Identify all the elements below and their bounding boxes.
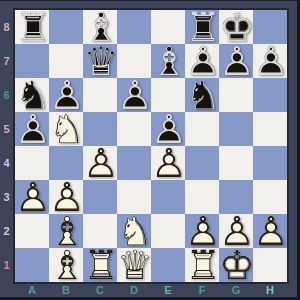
square-a3[interactable]: ♟♙: [15, 180, 49, 214]
square-h3[interactable]: [253, 180, 287, 214]
rank-label-4: 4: [0, 146, 13, 180]
piece-white-knight: ♞♘: [49, 112, 83, 146]
square-f4[interactable]: [185, 146, 219, 180]
square-e6[interactable]: [151, 78, 185, 112]
piece-black-pawn: ♟♙: [151, 112, 185, 146]
file-label-G: G: [219, 284, 253, 297]
piece-black-knight: ♞♘: [15, 78, 49, 112]
square-c6[interactable]: [83, 78, 117, 112]
square-e8[interactable]: [151, 10, 185, 44]
piece-black-pawn: ♟♙: [253, 44, 287, 78]
file-label-F: F: [185, 284, 219, 297]
piece-black-pawn: ♟♙: [15, 112, 49, 146]
piece-black-bishop: ♝♗: [151, 44, 185, 78]
piece-white-pawn: ♟♙: [49, 180, 83, 214]
piece-black-rook: ♜♖: [185, 10, 219, 44]
chess-board: ♜♖♝♗♜♖♚♔♛♕♝♗♟♙♟♙♟♙♞♘♟♙♟♙♞♘♟♙♞♘♟♙♟♙♟♙♟♙♟♙…: [13, 8, 289, 284]
square-c2[interactable]: [83, 214, 117, 248]
square-e1[interactable]: [151, 248, 185, 282]
square-d3[interactable]: [117, 180, 151, 214]
square-d6[interactable]: ♟♙: [117, 78, 151, 112]
square-h5[interactable]: [253, 112, 287, 146]
square-c4[interactable]: ♟♙: [83, 146, 117, 180]
square-a4[interactable]: [15, 146, 49, 180]
square-a5[interactable]: ♟♙: [15, 112, 49, 146]
square-a2[interactable]: [15, 214, 49, 248]
square-c7[interactable]: ♛♕: [83, 44, 117, 78]
square-d7[interactable]: [117, 44, 151, 78]
piece-white-pawn: ♟♙: [219, 214, 253, 248]
file-label-C: C: [83, 284, 117, 297]
file-label-H: H: [253, 284, 287, 297]
square-f1[interactable]: ♜♖: [185, 248, 219, 282]
square-c8[interactable]: ♝♗: [83, 10, 117, 44]
square-g7[interactable]: ♟♙: [219, 44, 253, 78]
rank-label-1: 1: [0, 248, 13, 282]
piece-white-pawn: ♟♙: [185, 214, 219, 248]
square-h2[interactable]: ♟♙: [253, 214, 287, 248]
rank-label-2: 2: [0, 214, 13, 248]
piece-white-bishop: ♝♗: [49, 248, 83, 282]
square-d4[interactable]: [117, 146, 151, 180]
piece-white-bishop: ♝♗: [49, 214, 83, 248]
square-h8[interactable]: [253, 10, 287, 44]
square-c5[interactable]: [83, 112, 117, 146]
square-b1[interactable]: ♝♗: [49, 248, 83, 282]
rank-label-5: 5: [0, 112, 13, 146]
piece-black-rook: ♜♖: [15, 10, 49, 44]
frame-edge-top: [0, 0, 300, 1]
piece-black-knight: ♞♘: [185, 78, 219, 112]
rank-label-7: 7: [0, 44, 13, 78]
piece-white-queen: ♛♕: [117, 248, 151, 282]
square-b3[interactable]: ♟♙: [49, 180, 83, 214]
piece-white-rook: ♜♖: [185, 248, 219, 282]
square-h4[interactable]: [253, 146, 287, 180]
square-g2[interactable]: ♟♙: [219, 214, 253, 248]
square-d5[interactable]: [117, 112, 151, 146]
square-h7[interactable]: ♟♙: [253, 44, 287, 78]
square-f7[interactable]: ♟♙: [185, 44, 219, 78]
square-b2[interactable]: ♝♗: [49, 214, 83, 248]
file-label-B: B: [49, 284, 83, 297]
file-label-A: A: [15, 284, 49, 297]
square-f3[interactable]: [185, 180, 219, 214]
piece-white-king: ♚♔: [219, 248, 253, 282]
square-g3[interactable]: [219, 180, 253, 214]
square-e4[interactable]: ♟♙: [151, 146, 185, 180]
square-b4[interactable]: [49, 146, 83, 180]
square-g8[interactable]: ♚♔: [219, 10, 253, 44]
square-e2[interactable]: [151, 214, 185, 248]
piece-white-pawn: ♟♙: [15, 180, 49, 214]
piece-black-pawn: ♟♙: [49, 78, 83, 112]
square-f5[interactable]: [185, 112, 219, 146]
square-a7[interactable]: [15, 44, 49, 78]
square-b7[interactable]: [49, 44, 83, 78]
file-label-D: D: [117, 284, 151, 297]
square-b8[interactable]: [49, 10, 83, 44]
piece-white-knight: ♞♘: [117, 214, 151, 248]
piece-black-king: ♚♔: [219, 10, 253, 44]
chess-board-diagram: 87654321 ♜♖♝♗♜♖♚♔♛♕♝♗♟♙♟♙♟♙♞♘♟♙♟♙♞♘♟♙♞♘♟…: [0, 0, 300, 300]
square-g4[interactable]: [219, 146, 253, 180]
square-f8[interactable]: ♜♖: [185, 10, 219, 44]
square-h6[interactable]: [253, 78, 287, 112]
square-d8[interactable]: [117, 10, 151, 44]
piece-white-pawn: ♟♙: [253, 214, 287, 248]
square-c1[interactable]: ♜♖: [83, 248, 117, 282]
piece-black-queen: ♛♕: [83, 44, 117, 78]
square-h1[interactable]: [253, 248, 287, 282]
square-a6[interactable]: ♞♘: [15, 78, 49, 112]
square-f6[interactable]: ♞♘: [185, 78, 219, 112]
square-e7[interactable]: ♝♗: [151, 44, 185, 78]
square-f2[interactable]: ♟♙: [185, 214, 219, 248]
square-g1[interactable]: ♚♔: [219, 248, 253, 282]
piece-white-rook: ♜♖: [83, 248, 117, 282]
square-e3[interactable]: [151, 180, 185, 214]
rank-label-8: 8: [0, 10, 13, 44]
square-d1[interactable]: ♛♕: [117, 248, 151, 282]
frame-edge-right: [297, 0, 300, 300]
square-b5[interactable]: ♞♘: [49, 112, 83, 146]
square-g6[interactable]: [219, 78, 253, 112]
piece-black-pawn: ♟♙: [219, 44, 253, 78]
piece-black-bishop: ♝♗: [83, 10, 117, 44]
file-label-E: E: [151, 284, 185, 297]
rank-label-3: 3: [0, 180, 13, 214]
square-c3[interactable]: [83, 180, 117, 214]
square-e5[interactable]: ♟♙: [151, 112, 185, 146]
piece-white-pawn: ♟♙: [151, 146, 185, 180]
square-a8[interactable]: ♜♖: [15, 10, 49, 44]
square-d2[interactable]: ♞♘: [117, 214, 151, 248]
square-g5[interactable]: [219, 112, 253, 146]
square-b6[interactable]: ♟♙: [49, 78, 83, 112]
rank-label-6: 6: [0, 78, 13, 112]
square-a1[interactable]: [15, 248, 49, 282]
piece-white-pawn: ♟♙: [83, 146, 117, 180]
piece-black-pawn: ♟♙: [117, 78, 151, 112]
piece-black-pawn: ♟♙: [185, 44, 219, 78]
